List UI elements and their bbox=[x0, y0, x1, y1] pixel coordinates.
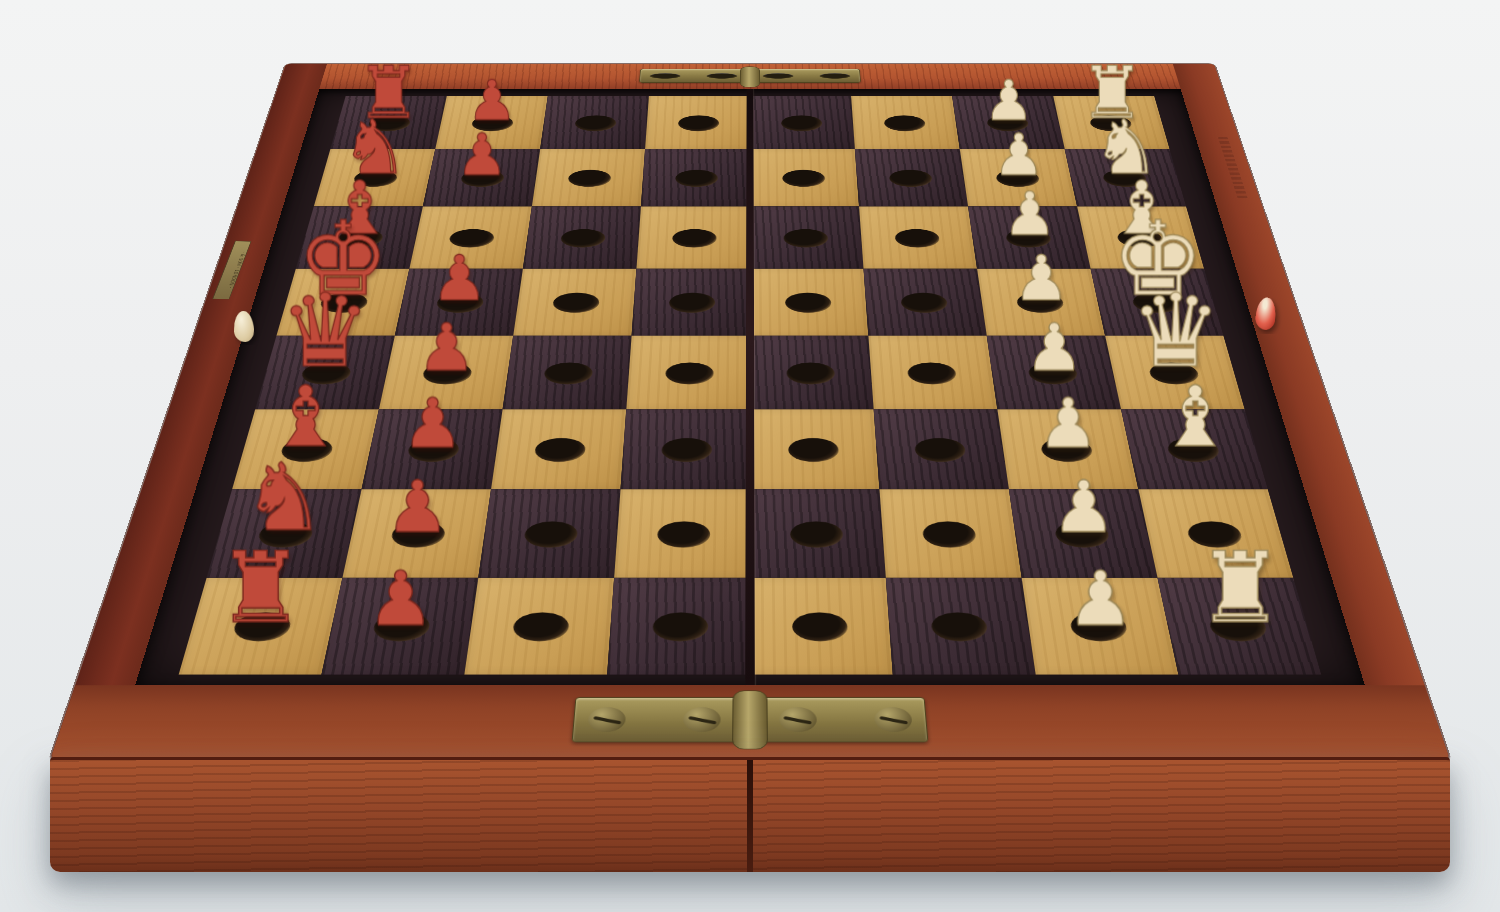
square-e5[interactable] bbox=[632, 268, 750, 335]
hinge-screw-slot bbox=[706, 73, 737, 78]
hinge-barrel bbox=[732, 690, 768, 749]
hinge-screw bbox=[683, 707, 721, 732]
square-g3[interactable] bbox=[855, 149, 968, 206]
square-f6[interactable] bbox=[523, 206, 641, 268]
square-g5[interactable] bbox=[641, 149, 750, 206]
square-c6[interactable] bbox=[491, 409, 626, 489]
box-top-face: · & SON · LONDON · ♜♞♝♛♚♝♞♜♟♟♟♟♟♟♟♜♝♛♚♝♞… bbox=[50, 64, 1450, 760]
front-seam bbox=[747, 760, 753, 872]
square-h4[interactable] bbox=[750, 96, 855, 149]
square-h5[interactable] bbox=[645, 96, 750, 149]
hinge-screw-slot bbox=[763, 73, 794, 78]
square-a5[interactable] bbox=[607, 577, 750, 674]
box-front-face bbox=[50, 757, 1450, 872]
square-f4[interactable] bbox=[750, 206, 864, 268]
square-b4[interactable] bbox=[750, 489, 886, 577]
square-c3[interactable] bbox=[874, 409, 1009, 489]
hinge-screw-slot bbox=[819, 73, 850, 78]
square-e6[interactable] bbox=[513, 268, 636, 335]
square-b5[interactable] bbox=[614, 489, 750, 577]
brass-hinge-bottom bbox=[572, 697, 929, 742]
square-a4[interactable] bbox=[750, 577, 893, 674]
hinge-screw-slot bbox=[650, 73, 681, 78]
square-f5[interactable] bbox=[636, 206, 750, 268]
square-c4[interactable] bbox=[750, 409, 879, 489]
square-e3[interactable] bbox=[864, 268, 987, 335]
board-well: ♜♞♝♛♚♝♞♜♟♟♟♟♟♟♟♜♝♛♚♝♞♜♟♟♟♟♟♟♟♟ bbox=[135, 89, 1365, 685]
square-d4[interactable] bbox=[750, 336, 874, 409]
square-e4[interactable] bbox=[750, 268, 868, 335]
brass-hinge-top bbox=[639, 69, 861, 83]
hinge-screw bbox=[779, 707, 817, 732]
square-b3[interactable] bbox=[879, 489, 1021, 577]
square-g4[interactable] bbox=[750, 149, 859, 206]
hinge-barrel bbox=[740, 66, 760, 87]
square-h3[interactable] bbox=[851, 96, 960, 149]
rail-bottom bbox=[50, 685, 1450, 760]
square-b6[interactable] bbox=[478, 489, 620, 577]
hinge-screw bbox=[587, 707, 626, 732]
square-c5[interactable] bbox=[621, 409, 750, 489]
square-a3[interactable] bbox=[886, 577, 1036, 674]
square-d3[interactable] bbox=[868, 336, 997, 409]
square-d6[interactable] bbox=[503, 336, 632, 409]
square-d5[interactable] bbox=[626, 336, 750, 409]
travel-chess-box: · & SON · LONDON · ♜♞♝♛♚♝♞♜♟♟♟♟♟♟♟♜♝♛♚♝♞… bbox=[50, 0, 1450, 760]
hinge-screw bbox=[874, 707, 913, 732]
square-h6[interactable] bbox=[540, 96, 649, 149]
square-g6[interactable] bbox=[532, 149, 645, 206]
square-f3[interactable] bbox=[859, 206, 977, 268]
square-a6[interactable] bbox=[464, 577, 614, 674]
folding-seam bbox=[745, 89, 755, 685]
